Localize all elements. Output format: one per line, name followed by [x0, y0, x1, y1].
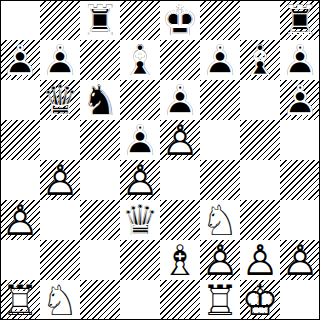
square-f5[interactable] [200, 120, 240, 160]
square-f3[interactable]: ♞♘ [200, 200, 240, 240]
piece-outline-glyph: ♙ [240, 240, 280, 280]
square-h5[interactable] [280, 120, 320, 160]
square-b7[interactable]: ♟♙ [40, 40, 80, 80]
square-e4[interactable] [160, 160, 200, 200]
square-g6[interactable] [240, 80, 280, 120]
square-d7[interactable]: ♝♗ [120, 40, 160, 80]
white-pawn-piece: ♟♙ [160, 120, 200, 160]
piece-outline-glyph: ♕ [120, 200, 160, 240]
square-a3[interactable]: ♟♙ [0, 200, 40, 240]
piece-outline-glyph: ♗ [120, 40, 160, 80]
square-h6[interactable]: ♟♙ [280, 80, 320, 120]
black-pawn-piece: ♟♙ [40, 40, 80, 80]
square-g2[interactable]: ♟♙ [240, 240, 280, 280]
black-bishop-piece: ♝♗ [120, 40, 160, 80]
black-pawn-piece: ♟♙ [200, 40, 240, 80]
piece-outline-glyph: ♙ [40, 160, 80, 200]
piece-outline-glyph: ♙ [120, 160, 160, 200]
square-b3[interactable] [40, 200, 80, 240]
piece-outline-glyph: ♗ [160, 240, 200, 280]
piece-outline-glyph: ♗ [240, 40, 280, 80]
square-b5[interactable] [40, 120, 80, 160]
piece-outline-glyph: ♘ [40, 280, 80, 320]
square-a2[interactable] [0, 240, 40, 280]
black-bishop-piece: ♝♗ [240, 40, 280, 80]
square-a4[interactable] [0, 160, 40, 200]
square-a8[interactable] [0, 0, 40, 40]
piece-outline-glyph: ♙ [0, 200, 40, 240]
piece-outline-glyph: ♖ [80, 0, 120, 40]
black-rook-piece: ♜♖ [280, 0, 320, 40]
piece-outline-glyph: ♙ [40, 40, 80, 80]
square-c8[interactable]: ♜♖ [80, 0, 120, 40]
white-king-piece: ♚♔ [240, 280, 280, 320]
black-king-piece: ♚♔ [160, 0, 200, 40]
white-bishop-piece: ♝♗ [160, 240, 200, 280]
white-knight-piece: ♞♘ [200, 200, 240, 240]
black-pawn-piece: ♟♙ [160, 80, 200, 120]
square-d4[interactable]: ♟♙ [120, 160, 160, 200]
square-f2[interactable]: ♟♙ [200, 240, 240, 280]
square-h4[interactable] [280, 160, 320, 200]
square-e6[interactable]: ♟♙ [160, 80, 200, 120]
square-d8[interactable] [120, 0, 160, 40]
piece-outline-glyph: ♕ [40, 80, 80, 120]
piece-outline-glyph: ♖ [200, 280, 240, 320]
square-e2[interactable]: ♝♗ [160, 240, 200, 280]
square-b8[interactable] [40, 0, 80, 40]
square-h8[interactable]: ♜♖ [280, 0, 320, 40]
piece-outline-glyph: ♘ [80, 80, 120, 120]
white-knight-piece: ♞♘ [40, 280, 80, 320]
square-h2[interactable]: ♟♙ [280, 240, 320, 280]
black-knight-piece: ♞♘ [80, 80, 120, 120]
piece-outline-glyph: ♔ [160, 0, 200, 40]
square-c2[interactable] [80, 240, 120, 280]
square-g8[interactable] [240, 0, 280, 40]
square-g1[interactable]: ♚♔ [240, 280, 280, 320]
piece-outline-glyph: ♙ [160, 80, 200, 120]
square-g4[interactable] [240, 160, 280, 200]
square-d6[interactable] [120, 80, 160, 120]
square-e5[interactable]: ♟♙ [160, 120, 200, 160]
black-pawn-piece: ♟♙ [0, 40, 40, 80]
chess-board: ♜♖♚♔♜♖♟♙♟♙♝♗♟♙♝♗♟♙♛♕♞♘♟♙♟♙♟♙♟♙♟♙♟♙♟♙♛♕♞♘… [0, 0, 320, 320]
square-d2[interactable] [120, 240, 160, 280]
square-c4[interactable] [80, 160, 120, 200]
square-e1[interactable] [160, 280, 200, 320]
piece-outline-glyph: ♙ [280, 40, 320, 80]
square-d5[interactable]: ♟♙ [120, 120, 160, 160]
white-pawn-piece: ♟♙ [120, 160, 160, 200]
white-pawn-piece: ♟♙ [280, 240, 320, 280]
square-b2[interactable] [40, 240, 80, 280]
piece-outline-glyph: ♙ [200, 40, 240, 80]
square-b4[interactable]: ♟♙ [40, 160, 80, 200]
black-queen-piece: ♛♕ [40, 80, 80, 120]
square-c1[interactable] [80, 280, 120, 320]
square-d1[interactable] [120, 280, 160, 320]
piece-outline-glyph: ♖ [0, 280, 40, 320]
square-f8[interactable] [200, 0, 240, 40]
square-f4[interactable] [200, 160, 240, 200]
white-pawn-piece: ♟♙ [40, 160, 80, 200]
white-rook-piece: ♜♖ [200, 280, 240, 320]
square-c5[interactable] [80, 120, 120, 160]
square-b6[interactable]: ♛♕ [40, 80, 80, 120]
black-pawn-piece: ♟♙ [280, 40, 320, 80]
piece-outline-glyph: ♙ [280, 240, 320, 280]
black-queen-piece: ♛♕ [120, 200, 160, 240]
square-a7[interactable]: ♟♙ [0, 40, 40, 80]
square-h3[interactable] [280, 200, 320, 240]
piece-outline-glyph: ♖ [280, 0, 320, 40]
square-g5[interactable] [240, 120, 280, 160]
square-c3[interactable] [80, 200, 120, 240]
black-rook-piece: ♜♖ [80, 0, 120, 40]
square-h7[interactable]: ♟♙ [280, 40, 320, 80]
square-f6[interactable] [200, 80, 240, 120]
black-pawn-piece: ♟♙ [280, 80, 320, 120]
square-f1[interactable]: ♜♖ [200, 280, 240, 320]
square-c6[interactable]: ♞♘ [80, 80, 120, 120]
white-pawn-piece: ♟♙ [0, 200, 40, 240]
square-a5[interactable] [0, 120, 40, 160]
square-e3[interactable] [160, 200, 200, 240]
piece-outline-glyph: ♙ [200, 240, 240, 280]
piece-outline-glyph: ♙ [120, 120, 160, 160]
square-e7[interactable] [160, 40, 200, 80]
piece-outline-glyph: ♙ [280, 80, 320, 120]
piece-outline-glyph: ♔ [240, 280, 280, 320]
square-a6[interactable] [0, 80, 40, 120]
black-pawn-piece: ♟♙ [120, 120, 160, 160]
white-pawn-piece: ♟♙ [240, 240, 280, 280]
square-f7[interactable]: ♟♙ [200, 40, 240, 80]
white-rook-piece: ♜♖ [0, 280, 40, 320]
square-g7[interactable]: ♝♗ [240, 40, 280, 80]
square-h1[interactable] [280, 280, 320, 320]
white-pawn-piece: ♟♙ [200, 240, 240, 280]
piece-outline-glyph: ♙ [160, 120, 200, 160]
piece-outline-glyph: ♘ [200, 200, 240, 240]
square-g3[interactable] [240, 200, 280, 240]
square-d3[interactable]: ♛♕ [120, 200, 160, 240]
square-b1[interactable]: ♞♘ [40, 280, 80, 320]
square-a1[interactable]: ♜♖ [0, 280, 40, 320]
square-e8[interactable]: ♚♔ [160, 0, 200, 40]
square-c7[interactable] [80, 40, 120, 80]
piece-outline-glyph: ♙ [0, 40, 40, 80]
